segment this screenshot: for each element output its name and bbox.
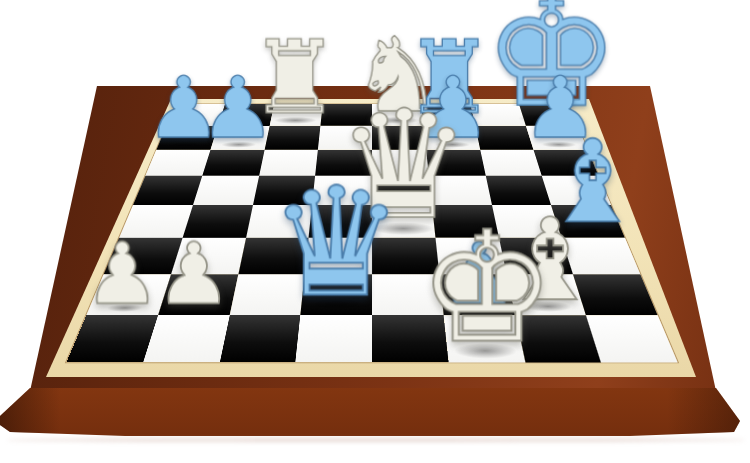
square-a6[interactable] [145,150,210,176]
piece-white-king-f1[interactable]: ♚ [418,215,555,361]
square-b7[interactable]: ♟ [210,126,269,150]
square-b5[interactable] [193,176,259,205]
square-b2[interactable]: ♟ [158,274,238,315]
piece-blue-pawn-b7[interactable]: ♟ [199,68,275,148]
piece-white-pawn-a2[interactable]: ♟ [84,233,160,314]
square-g6[interactable] [480,150,542,176]
square-d2[interactable]: ♛ [301,274,372,315]
chess-illustration: ♜♞♜♚♟♟♟♟♛♝♟♟♛♟♝♚ [0,0,750,463]
square-b1[interactable] [143,315,229,362]
piece-blue-queen-d2[interactable]: ♛ [269,171,404,314]
square-f1[interactable]: ♚ [443,315,524,362]
board: ♜♞♜♚♟♟♟♟♛♝♟♟♛♟♝♚ [65,104,679,364]
square-d1[interactable] [296,315,372,362]
square-c8[interactable]: ♜ [269,104,323,126]
square-a5[interactable] [133,176,202,205]
board-drop-shadow [6,438,746,442]
square-c1[interactable] [219,315,300,362]
square-b6[interactable] [202,150,264,176]
piece-white-pawn-b2[interactable]: ♟ [156,233,232,314]
